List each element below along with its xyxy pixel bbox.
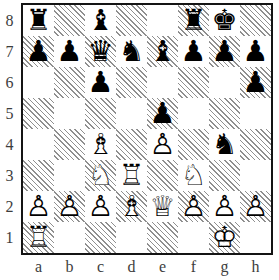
white-knight: ♞♘	[178, 160, 209, 191]
square-e5[interactable]: ♟	[147, 98, 178, 129]
rank-label-8: 8	[0, 5, 19, 36]
black-pawn: ♟	[23, 36, 54, 67]
square-c6[interactable]: ♟	[85, 67, 116, 98]
white-rook: ♜♖	[23, 222, 54, 253]
square-f7[interactable]: ♟	[178, 36, 209, 67]
white-pawn: ♟♙	[85, 191, 116, 222]
black-rook-icon: ♜	[178, 5, 209, 36]
file-label-a: a	[23, 257, 54, 277]
black-knight: ♞	[116, 36, 147, 67]
black-bishop-icon: ♝	[147, 36, 178, 67]
square-d6[interactable]	[116, 67, 147, 98]
white-knight-icon: ♘	[85, 160, 116, 191]
square-g3[interactable]	[209, 160, 240, 191]
white-rook: ♜♖	[116, 160, 147, 191]
square-h1[interactable]	[240, 222, 271, 253]
white-knight-icon: ♘	[178, 160, 209, 191]
file-label-d: d	[116, 257, 147, 277]
rank-label-1: 1	[0, 222, 19, 253]
square-c7[interactable]: ♛	[85, 36, 116, 67]
white-pawn-icon: ♙	[23, 191, 54, 222]
file-label-g: g	[209, 257, 240, 277]
white-bishop: ♝♗	[85, 129, 116, 160]
white-knight: ♞♘	[85, 160, 116, 191]
black-pawn-icon: ♟	[178, 36, 209, 67]
square-f6[interactable]	[178, 67, 209, 98]
black-king-icon: ♚	[209, 5, 240, 36]
black-bishop: ♝	[147, 36, 178, 67]
white-bishop-icon: ♗	[85, 129, 116, 160]
white-pawn: ♟♙	[178, 191, 209, 222]
white-pawn: ♟♙	[209, 191, 240, 222]
black-knight-icon: ♞	[116, 36, 147, 67]
black-pawn-icon: ♟	[85, 67, 116, 98]
file-label-c: c	[85, 257, 116, 277]
black-rook: ♜	[178, 5, 209, 36]
square-g5[interactable]	[209, 98, 240, 129]
black-pawn-icon: ♟	[147, 98, 178, 129]
black-queen-icon: ♛	[85, 36, 116, 67]
white-pawn: ♟♙	[23, 191, 54, 222]
square-d4[interactable]	[116, 129, 147, 160]
square-a3[interactable]	[23, 160, 54, 191]
square-e2[interactable]: ♛♕	[147, 191, 178, 222]
rank-label-4: 4	[0, 129, 19, 160]
square-g1[interactable]: ♚♔	[209, 222, 240, 253]
square-g8[interactable]: ♚	[209, 5, 240, 36]
white-pawn-icon: ♙	[85, 191, 116, 222]
square-a6[interactable]	[23, 67, 54, 98]
square-d1[interactable]	[116, 222, 147, 253]
square-h6[interactable]: ♟	[240, 67, 271, 98]
square-c2[interactable]: ♟♙	[85, 191, 116, 222]
white-pawn: ♟♙	[147, 129, 178, 160]
square-e7[interactable]: ♝	[147, 36, 178, 67]
square-g2[interactable]: ♟♙	[209, 191, 240, 222]
black-pawn-icon: ♟	[240, 36, 271, 67]
square-g4[interactable]: ♞	[209, 129, 240, 160]
white-king: ♚♔	[209, 222, 240, 253]
square-c4[interactable]: ♝♗	[85, 129, 116, 160]
white-pawn-icon: ♙	[178, 191, 209, 222]
square-a7[interactable]: ♟	[23, 36, 54, 67]
file-labels: abcdefgh	[23, 257, 271, 277]
square-d3[interactable]: ♜♖	[116, 160, 147, 191]
file-label-f: f	[178, 257, 209, 277]
square-b5[interactable]	[54, 98, 85, 129]
square-e6[interactable]	[147, 67, 178, 98]
square-a8[interactable]: ♜	[23, 5, 54, 36]
square-c5[interactable]	[85, 98, 116, 129]
black-pawn: ♟	[147, 98, 178, 129]
white-pawn-icon: ♙	[54, 191, 85, 222]
square-d8[interactable]	[116, 5, 147, 36]
square-h4[interactable]	[240, 129, 271, 160]
square-h8[interactable]	[240, 5, 271, 36]
square-d5[interactable]	[116, 98, 147, 129]
square-b6[interactable]	[54, 67, 85, 98]
black-pawn: ♟	[85, 67, 116, 98]
square-b7[interactable]: ♟	[54, 36, 85, 67]
square-b8[interactable]	[54, 5, 85, 36]
black-pawn: ♟	[240, 36, 271, 67]
square-a1[interactable]: ♜♖	[23, 222, 54, 253]
black-pawn-icon: ♟	[54, 36, 85, 67]
square-e4[interactable]: ♟♙	[147, 129, 178, 160]
square-g6[interactable]	[209, 67, 240, 98]
black-rook: ♜	[23, 5, 54, 36]
black-pawn-icon: ♟	[240, 67, 271, 98]
black-knight-icon: ♞	[209, 129, 240, 160]
black-bishop: ♝	[85, 5, 116, 36]
white-pawn-icon: ♙	[147, 129, 178, 160]
white-pawn-icon: ♙	[209, 191, 240, 222]
square-d2[interactable]: ♝♗	[116, 191, 147, 222]
square-f1[interactable]	[178, 222, 209, 253]
black-queen: ♛	[85, 36, 116, 67]
black-pawn: ♟	[209, 36, 240, 67]
square-e1[interactable]	[147, 222, 178, 253]
rank-label-7: 7	[0, 36, 19, 67]
white-pawn: ♟♙	[240, 191, 271, 222]
square-h3[interactable]	[240, 160, 271, 191]
square-f4[interactable]	[178, 129, 209, 160]
square-d7[interactable]: ♞	[116, 36, 147, 67]
square-c8[interactable]: ♝	[85, 5, 116, 36]
square-b4[interactable]	[54, 129, 85, 160]
black-rook-icon: ♜	[23, 5, 54, 36]
square-a4[interactable]	[23, 129, 54, 160]
rank-label-2: 2	[0, 191, 19, 222]
square-b2[interactable]: ♟♙	[54, 191, 85, 222]
white-queen: ♛♕	[147, 191, 178, 222]
white-pawn-icon: ♙	[240, 191, 271, 222]
rank-label-6: 6	[0, 67, 19, 98]
white-bishop: ♝♗	[116, 191, 147, 222]
file-label-e: e	[147, 257, 178, 277]
square-f2[interactable]: ♟♙	[178, 191, 209, 222]
rank-label-5: 5	[0, 98, 19, 129]
square-h5[interactable]	[240, 98, 271, 129]
chess-board-diagram: 87654321 ♜♝♜♚♟♟♛♞♝♟♟♟♟♟♟♝♗♟♙♞♞♘♜♖♞♘♟♙♟♙♟…	[0, 0, 279, 280]
square-b3[interactable]	[54, 160, 85, 191]
square-f3[interactable]: ♞♘	[178, 160, 209, 191]
file-label-h: h	[240, 257, 271, 277]
white-pawn: ♟♙	[54, 191, 85, 222]
black-pawn-icon: ♟	[23, 36, 54, 67]
black-pawn-icon: ♟	[209, 36, 240, 67]
rank-label-3: 3	[0, 160, 19, 191]
square-b1[interactable]	[54, 222, 85, 253]
black-bishop-icon: ♝	[85, 5, 116, 36]
square-h2[interactable]: ♟♙	[240, 191, 271, 222]
white-king-icon: ♔	[209, 222, 240, 253]
square-g7[interactable]: ♟	[209, 36, 240, 67]
square-e3[interactable]	[147, 160, 178, 191]
chess-board: ♜♝♜♚♟♟♛♞♝♟♟♟♟♟♟♝♗♟♙♞♞♘♜♖♞♘♟♙♟♙♟♙♝♗♛♕♟♙♟♙…	[21, 3, 273, 255]
white-rook-icon: ♖	[116, 160, 147, 191]
black-pawn: ♟	[240, 67, 271, 98]
black-knight: ♞	[209, 129, 240, 160]
square-h7[interactable]: ♟	[240, 36, 271, 67]
white-bishop-icon: ♗	[116, 191, 147, 222]
square-c3[interactable]: ♞♘	[85, 160, 116, 191]
file-label-b: b	[54, 257, 85, 277]
white-rook-icon: ♖	[23, 222, 54, 253]
square-e8[interactable]	[147, 5, 178, 36]
black-king: ♚	[209, 5, 240, 36]
black-pawn: ♟	[54, 36, 85, 67]
square-a2[interactable]: ♟♙	[23, 191, 54, 222]
black-pawn: ♟	[178, 36, 209, 67]
rank-labels: 87654321	[0, 5, 19, 253]
square-c1[interactable]	[85, 222, 116, 253]
square-f5[interactable]	[178, 98, 209, 129]
white-queen-icon: ♕	[147, 191, 178, 222]
square-a5[interactable]	[23, 98, 54, 129]
square-f8[interactable]: ♜	[178, 5, 209, 36]
